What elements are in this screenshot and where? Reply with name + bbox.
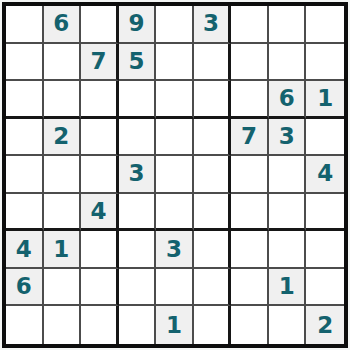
cell-r4c1[interactable] bbox=[6, 119, 44, 157]
cell-r3c3[interactable] bbox=[81, 81, 119, 119]
cell-r3c5[interactable] bbox=[156, 81, 194, 119]
cell-r9c5: 1 bbox=[156, 306, 194, 344]
cell-r1c8[interactable] bbox=[269, 6, 307, 44]
cell-r5c5[interactable] bbox=[156, 156, 194, 194]
cell-r1c3[interactable] bbox=[81, 6, 119, 44]
cell-r2c8[interactable] bbox=[269, 44, 307, 82]
cell-r7c9[interactable] bbox=[306, 231, 344, 269]
cell-r2c2[interactable] bbox=[44, 44, 82, 82]
cell-r7c4[interactable] bbox=[119, 231, 157, 269]
cell-r4c3[interactable] bbox=[81, 119, 119, 157]
cell-r5c2[interactable] bbox=[44, 156, 82, 194]
cell-r3c1[interactable] bbox=[6, 81, 44, 119]
cell-r6c6[interactable] bbox=[194, 194, 232, 232]
cell-r5c8[interactable] bbox=[269, 156, 307, 194]
page-background: 69375612733444136112 bbox=[0, 0, 350, 350]
cell-r5c3[interactable] bbox=[81, 156, 119, 194]
cell-r3c7[interactable] bbox=[231, 81, 269, 119]
cell-r4c5[interactable] bbox=[156, 119, 194, 157]
cell-r4c8: 3 bbox=[269, 119, 307, 157]
cell-r9c3[interactable] bbox=[81, 306, 119, 344]
cell-r4c7: 7 bbox=[231, 119, 269, 157]
cell-r3c6[interactable] bbox=[194, 81, 232, 119]
cell-r6c5[interactable] bbox=[156, 194, 194, 232]
cell-r8c8: 1 bbox=[269, 269, 307, 307]
cell-r1c1[interactable] bbox=[6, 6, 44, 44]
cell-r9c4[interactable] bbox=[119, 306, 157, 344]
cell-r2c1[interactable] bbox=[6, 44, 44, 82]
cell-r6c7[interactable] bbox=[231, 194, 269, 232]
cell-r1c6: 3 bbox=[194, 6, 232, 44]
cell-r6c8[interactable] bbox=[269, 194, 307, 232]
cell-r9c8[interactable] bbox=[269, 306, 307, 344]
cell-r1c2: 6 bbox=[44, 6, 82, 44]
cell-r2c4: 5 bbox=[119, 44, 157, 82]
cell-r3c2[interactable] bbox=[44, 81, 82, 119]
cell-r7c2: 1 bbox=[44, 231, 82, 269]
cell-r8c6[interactable] bbox=[194, 269, 232, 307]
cell-r7c8[interactable] bbox=[269, 231, 307, 269]
cell-r9c6[interactable] bbox=[194, 306, 232, 344]
cell-r5c6[interactable] bbox=[194, 156, 232, 194]
cell-r8c5[interactable] bbox=[156, 269, 194, 307]
cell-r7c1: 4 bbox=[6, 231, 44, 269]
cell-r4c9[interactable] bbox=[306, 119, 344, 157]
cell-r1c4: 9 bbox=[119, 6, 157, 44]
sudoku-board: 69375612733444136112 bbox=[2, 2, 348, 348]
cell-r6c3: 4 bbox=[81, 194, 119, 232]
cell-r2c6[interactable] bbox=[194, 44, 232, 82]
cell-r8c9[interactable] bbox=[306, 269, 344, 307]
cell-r8c4[interactable] bbox=[119, 269, 157, 307]
cell-r9c1[interactable] bbox=[6, 306, 44, 344]
cell-r8c3[interactable] bbox=[81, 269, 119, 307]
cell-r2c3: 7 bbox=[81, 44, 119, 82]
cell-r5c9: 4 bbox=[306, 156, 344, 194]
cell-r9c7[interactable] bbox=[231, 306, 269, 344]
cell-r9c9: 2 bbox=[306, 306, 344, 344]
cell-r3c4[interactable] bbox=[119, 81, 157, 119]
cell-r1c5[interactable] bbox=[156, 6, 194, 44]
cell-r8c2[interactable] bbox=[44, 269, 82, 307]
cell-r5c4: 3 bbox=[119, 156, 157, 194]
cell-r9c2[interactable] bbox=[44, 306, 82, 344]
cell-r6c9[interactable] bbox=[306, 194, 344, 232]
cell-r8c1: 6 bbox=[6, 269, 44, 307]
cell-r7c7[interactable] bbox=[231, 231, 269, 269]
cell-r4c6[interactable] bbox=[194, 119, 232, 157]
cell-r4c4[interactable] bbox=[119, 119, 157, 157]
cell-r7c3[interactable] bbox=[81, 231, 119, 269]
cell-r2c5[interactable] bbox=[156, 44, 194, 82]
cell-r1c9[interactable] bbox=[306, 6, 344, 44]
cell-r7c5: 3 bbox=[156, 231, 194, 269]
cell-r8c7[interactable] bbox=[231, 269, 269, 307]
cell-r7c6[interactable] bbox=[194, 231, 232, 269]
cell-r2c9[interactable] bbox=[306, 44, 344, 82]
cell-r5c7[interactable] bbox=[231, 156, 269, 194]
cell-r6c4[interactable] bbox=[119, 194, 157, 232]
cell-r5c1[interactable] bbox=[6, 156, 44, 194]
cell-r3c9: 1 bbox=[306, 81, 344, 119]
cell-r2c7[interactable] bbox=[231, 44, 269, 82]
cell-r1c7[interactable] bbox=[231, 6, 269, 44]
cell-r3c8: 6 bbox=[269, 81, 307, 119]
cell-r4c2: 2 bbox=[44, 119, 82, 157]
cell-r6c1[interactable] bbox=[6, 194, 44, 232]
cell-r6c2[interactable] bbox=[44, 194, 82, 232]
